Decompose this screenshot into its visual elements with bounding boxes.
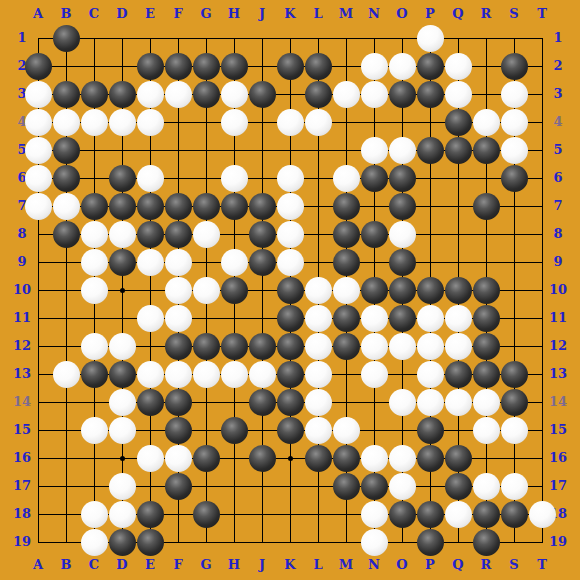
intersection-P15[interactable]	[416, 416, 444, 444]
intersection-J11[interactable]	[248, 304, 276, 332]
intersection-E7[interactable]	[136, 192, 164, 220]
intersection-L5[interactable]	[304, 136, 332, 164]
intersection-M7[interactable]	[332, 192, 360, 220]
intersection-K15[interactable]	[276, 416, 304, 444]
intersection-S2[interactable]	[500, 52, 528, 80]
intersection-A11[interactable]	[24, 304, 52, 332]
intersection-D16[interactable]	[108, 444, 136, 472]
intersection-O8[interactable]	[388, 220, 416, 248]
intersection-O13[interactable]	[388, 360, 416, 388]
intersection-P4[interactable]	[416, 108, 444, 136]
intersection-K12[interactable]	[276, 332, 304, 360]
intersection-L1[interactable]	[304, 24, 332, 52]
intersection-P7[interactable]	[416, 192, 444, 220]
intersection-K6[interactable]	[276, 164, 304, 192]
intersection-R16[interactable]	[472, 444, 500, 472]
intersection-F17[interactable]	[164, 472, 192, 500]
intersection-H9[interactable]	[220, 248, 248, 276]
intersection-O7[interactable]	[388, 192, 416, 220]
intersection-F9[interactable]	[164, 248, 192, 276]
intersection-L11[interactable]	[304, 304, 332, 332]
intersection-T2[interactable]	[528, 52, 556, 80]
intersection-C1[interactable]	[80, 24, 108, 52]
intersection-P6[interactable]	[416, 164, 444, 192]
intersection-H12[interactable]	[220, 332, 248, 360]
intersection-L4[interactable]	[304, 108, 332, 136]
intersection-K1[interactable]	[276, 24, 304, 52]
intersection-B19[interactable]	[52, 528, 80, 556]
intersection-O1[interactable]	[388, 24, 416, 52]
intersection-C19[interactable]	[80, 528, 108, 556]
intersection-F11[interactable]	[164, 304, 192, 332]
intersection-G5[interactable]	[192, 136, 220, 164]
intersection-P12[interactable]	[416, 332, 444, 360]
intersection-H11[interactable]	[220, 304, 248, 332]
intersection-B7[interactable]	[52, 192, 80, 220]
intersection-L2[interactable]	[304, 52, 332, 80]
intersection-M8[interactable]	[332, 220, 360, 248]
intersection-G11[interactable]	[192, 304, 220, 332]
intersection-H1[interactable]	[220, 24, 248, 52]
intersection-R11[interactable]	[472, 304, 500, 332]
intersection-E14[interactable]	[136, 388, 164, 416]
intersection-H19[interactable]	[220, 528, 248, 556]
intersection-G12[interactable]	[192, 332, 220, 360]
intersection-D1[interactable]	[108, 24, 136, 52]
intersection-J3[interactable]	[248, 80, 276, 108]
intersection-G1[interactable]	[192, 24, 220, 52]
intersection-S6[interactable]	[500, 164, 528, 192]
intersection-G16[interactable]	[192, 444, 220, 472]
intersection-T4[interactable]	[528, 108, 556, 136]
intersection-F4[interactable]	[164, 108, 192, 136]
intersection-A17[interactable]	[24, 472, 52, 500]
intersection-B16[interactable]	[52, 444, 80, 472]
intersection-B5[interactable]	[52, 136, 80, 164]
intersection-L13[interactable]	[304, 360, 332, 388]
intersection-S13[interactable]	[500, 360, 528, 388]
intersection-Q1[interactable]	[444, 24, 472, 52]
intersection-M4[interactable]	[332, 108, 360, 136]
intersection-R15[interactable]	[472, 416, 500, 444]
intersection-J4[interactable]	[248, 108, 276, 136]
intersection-R17[interactable]	[472, 472, 500, 500]
intersection-K14[interactable]	[276, 388, 304, 416]
intersection-M3[interactable]	[332, 80, 360, 108]
intersection-E3[interactable]	[136, 80, 164, 108]
intersection-A19[interactable]	[24, 528, 52, 556]
intersection-C11[interactable]	[80, 304, 108, 332]
intersection-G9[interactable]	[192, 248, 220, 276]
intersection-O15[interactable]	[388, 416, 416, 444]
intersection-F8[interactable]	[164, 220, 192, 248]
intersection-E6[interactable]	[136, 164, 164, 192]
intersection-H15[interactable]	[220, 416, 248, 444]
intersection-T13[interactable]	[528, 360, 556, 388]
intersection-O14[interactable]	[388, 388, 416, 416]
intersection-N3[interactable]	[360, 80, 388, 108]
intersection-H8[interactable]	[220, 220, 248, 248]
intersection-N13[interactable]	[360, 360, 388, 388]
intersection-L10[interactable]	[304, 276, 332, 304]
intersection-G3[interactable]	[192, 80, 220, 108]
intersection-Q12[interactable]	[444, 332, 472, 360]
intersection-S10[interactable]	[500, 276, 528, 304]
intersection-P14[interactable]	[416, 388, 444, 416]
intersection-S14[interactable]	[500, 388, 528, 416]
intersection-E15[interactable]	[136, 416, 164, 444]
intersection-L6[interactable]	[304, 164, 332, 192]
intersection-F19[interactable]	[164, 528, 192, 556]
go-board[interactable]: ABCDEFGHJKLMNOPQRST ABCDEFGHJKLMNOPQRST …	[0, 0, 580, 580]
intersection-L8[interactable]	[304, 220, 332, 248]
intersection-A7[interactable]	[24, 192, 52, 220]
intersection-G4[interactable]	[192, 108, 220, 136]
intersection-P8[interactable]	[416, 220, 444, 248]
intersection-R10[interactable]	[472, 276, 500, 304]
intersection-J5[interactable]	[248, 136, 276, 164]
intersection-D2[interactable]	[108, 52, 136, 80]
intersection-K17[interactable]	[276, 472, 304, 500]
intersection-F2[interactable]	[164, 52, 192, 80]
intersection-T18[interactable]	[528, 500, 556, 528]
intersection-T9[interactable]	[528, 248, 556, 276]
intersection-S8[interactable]	[500, 220, 528, 248]
intersection-M18[interactable]	[332, 500, 360, 528]
intersection-H3[interactable]	[220, 80, 248, 108]
intersection-P3[interactable]	[416, 80, 444, 108]
intersection-B1[interactable]	[52, 24, 80, 52]
intersection-P2[interactable]	[416, 52, 444, 80]
intersection-F16[interactable]	[164, 444, 192, 472]
intersection-E11[interactable]	[136, 304, 164, 332]
intersection-D9[interactable]	[108, 248, 136, 276]
intersection-R14[interactable]	[472, 388, 500, 416]
intersection-A9[interactable]	[24, 248, 52, 276]
intersection-N1[interactable]	[360, 24, 388, 52]
intersection-C5[interactable]	[80, 136, 108, 164]
intersection-Q17[interactable]	[444, 472, 472, 500]
intersection-N12[interactable]	[360, 332, 388, 360]
intersection-K2[interactable]	[276, 52, 304, 80]
intersection-G17[interactable]	[192, 472, 220, 500]
intersection-E17[interactable]	[136, 472, 164, 500]
intersection-B2[interactable]	[52, 52, 80, 80]
intersection-P16[interactable]	[416, 444, 444, 472]
intersection-Q7[interactable]	[444, 192, 472, 220]
intersection-M1[interactable]	[332, 24, 360, 52]
intersection-L7[interactable]	[304, 192, 332, 220]
intersection-T17[interactable]	[528, 472, 556, 500]
intersection-B3[interactable]	[52, 80, 80, 108]
intersection-L9[interactable]	[304, 248, 332, 276]
intersection-H10[interactable]	[220, 276, 248, 304]
intersection-C13[interactable]	[80, 360, 108, 388]
intersection-T7[interactable]	[528, 192, 556, 220]
intersection-D14[interactable]	[108, 388, 136, 416]
intersection-L3[interactable]	[304, 80, 332, 108]
intersection-D18[interactable]	[108, 500, 136, 528]
intersection-Q16[interactable]	[444, 444, 472, 472]
intersection-Q5[interactable]	[444, 136, 472, 164]
intersection-C16[interactable]	[80, 444, 108, 472]
intersection-C8[interactable]	[80, 220, 108, 248]
intersection-K3[interactable]	[276, 80, 304, 108]
intersection-T5[interactable]	[528, 136, 556, 164]
intersection-C4[interactable]	[80, 108, 108, 136]
intersection-Q19[interactable]	[444, 528, 472, 556]
intersection-A18[interactable]	[24, 500, 52, 528]
intersection-E10[interactable]	[136, 276, 164, 304]
intersection-S12[interactable]	[500, 332, 528, 360]
intersection-G18[interactable]	[192, 500, 220, 528]
intersection-Q8[interactable]	[444, 220, 472, 248]
intersection-T11[interactable]	[528, 304, 556, 332]
intersection-C2[interactable]	[80, 52, 108, 80]
intersection-G7[interactable]	[192, 192, 220, 220]
intersection-B18[interactable]	[52, 500, 80, 528]
intersection-J15[interactable]	[248, 416, 276, 444]
intersection-R18[interactable]	[472, 500, 500, 528]
intersection-O18[interactable]	[388, 500, 416, 528]
intersection-E19[interactable]	[136, 528, 164, 556]
intersection-C9[interactable]	[80, 248, 108, 276]
intersection-B15[interactable]	[52, 416, 80, 444]
intersection-J19[interactable]	[248, 528, 276, 556]
intersection-O16[interactable]	[388, 444, 416, 472]
intersection-R3[interactable]	[472, 80, 500, 108]
intersection-M14[interactable]	[332, 388, 360, 416]
intersection-T8[interactable]	[528, 220, 556, 248]
intersection-M13[interactable]	[332, 360, 360, 388]
intersection-G6[interactable]	[192, 164, 220, 192]
intersection-F7[interactable]	[164, 192, 192, 220]
intersection-O10[interactable]	[388, 276, 416, 304]
intersection-C3[interactable]	[80, 80, 108, 108]
intersection-J1[interactable]	[248, 24, 276, 52]
intersection-J14[interactable]	[248, 388, 276, 416]
intersection-C6[interactable]	[80, 164, 108, 192]
intersection-J18[interactable]	[248, 500, 276, 528]
intersection-J2[interactable]	[248, 52, 276, 80]
intersection-A3[interactable]	[24, 80, 52, 108]
intersection-E18[interactable]	[136, 500, 164, 528]
intersection-A15[interactable]	[24, 416, 52, 444]
intersection-E9[interactable]	[136, 248, 164, 276]
intersection-J10[interactable]	[248, 276, 276, 304]
intersection-Q14[interactable]	[444, 388, 472, 416]
intersection-F15[interactable]	[164, 416, 192, 444]
intersection-T14[interactable]	[528, 388, 556, 416]
intersection-R1[interactable]	[472, 24, 500, 52]
intersection-P10[interactable]	[416, 276, 444, 304]
intersection-K4[interactable]	[276, 108, 304, 136]
intersection-H14[interactable]	[220, 388, 248, 416]
intersection-Q10[interactable]	[444, 276, 472, 304]
intersection-F13[interactable]	[164, 360, 192, 388]
intersection-C12[interactable]	[80, 332, 108, 360]
intersection-P5[interactable]	[416, 136, 444, 164]
intersection-S1[interactable]	[500, 24, 528, 52]
intersection-H7[interactable]	[220, 192, 248, 220]
intersection-A2[interactable]	[24, 52, 52, 80]
intersection-C7[interactable]	[80, 192, 108, 220]
intersection-D15[interactable]	[108, 416, 136, 444]
intersection-S4[interactable]	[500, 108, 528, 136]
intersection-H13[interactable]	[220, 360, 248, 388]
intersection-D19[interactable]	[108, 528, 136, 556]
intersection-M6[interactable]	[332, 164, 360, 192]
intersection-P18[interactable]	[416, 500, 444, 528]
intersection-L12[interactable]	[304, 332, 332, 360]
intersection-R19[interactable]	[472, 528, 500, 556]
intersection-Q2[interactable]	[444, 52, 472, 80]
intersection-N10[interactable]	[360, 276, 388, 304]
intersection-A6[interactable]	[24, 164, 52, 192]
intersection-C10[interactable]	[80, 276, 108, 304]
intersection-O19[interactable]	[388, 528, 416, 556]
intersection-T12[interactable]	[528, 332, 556, 360]
intersection-M5[interactable]	[332, 136, 360, 164]
intersection-L17[interactable]	[304, 472, 332, 500]
intersection-Q3[interactable]	[444, 80, 472, 108]
intersection-O3[interactable]	[388, 80, 416, 108]
intersection-N8[interactable]	[360, 220, 388, 248]
intersection-B13[interactable]	[52, 360, 80, 388]
intersection-C17[interactable]	[80, 472, 108, 500]
intersection-D17[interactable]	[108, 472, 136, 500]
intersection-G19[interactable]	[192, 528, 220, 556]
intersection-O4[interactable]	[388, 108, 416, 136]
intersection-N4[interactable]	[360, 108, 388, 136]
intersection-R12[interactable]	[472, 332, 500, 360]
intersection-S5[interactable]	[500, 136, 528, 164]
intersection-N15[interactable]	[360, 416, 388, 444]
intersection-R13[interactable]	[472, 360, 500, 388]
intersection-S15[interactable]	[500, 416, 528, 444]
intersection-N18[interactable]	[360, 500, 388, 528]
intersection-L18[interactable]	[304, 500, 332, 528]
intersection-H4[interactable]	[220, 108, 248, 136]
intersection-O11[interactable]	[388, 304, 416, 332]
intersection-M16[interactable]	[332, 444, 360, 472]
intersection-N7[interactable]	[360, 192, 388, 220]
intersection-A13[interactable]	[24, 360, 52, 388]
intersection-J9[interactable]	[248, 248, 276, 276]
intersection-T6[interactable]	[528, 164, 556, 192]
intersection-B9[interactable]	[52, 248, 80, 276]
intersection-S3[interactable]	[500, 80, 528, 108]
intersection-D6[interactable]	[108, 164, 136, 192]
intersection-D11[interactable]	[108, 304, 136, 332]
intersection-E4[interactable]	[136, 108, 164, 136]
intersection-R2[interactable]	[472, 52, 500, 80]
intersection-G10[interactable]	[192, 276, 220, 304]
intersection-C14[interactable]	[80, 388, 108, 416]
intersection-H18[interactable]	[220, 500, 248, 528]
intersection-O6[interactable]	[388, 164, 416, 192]
intersection-A16[interactable]	[24, 444, 52, 472]
intersection-H17[interactable]	[220, 472, 248, 500]
intersection-J12[interactable]	[248, 332, 276, 360]
intersection-E13[interactable]	[136, 360, 164, 388]
intersection-O17[interactable]	[388, 472, 416, 500]
intersection-O9[interactable]	[388, 248, 416, 276]
intersection-K11[interactable]	[276, 304, 304, 332]
intersection-B4[interactable]	[52, 108, 80, 136]
intersection-P9[interactable]	[416, 248, 444, 276]
intersection-Q15[interactable]	[444, 416, 472, 444]
intersection-A8[interactable]	[24, 220, 52, 248]
intersection-G14[interactable]	[192, 388, 220, 416]
intersection-A10[interactable]	[24, 276, 52, 304]
intersection-K19[interactable]	[276, 528, 304, 556]
intersection-S11[interactable]	[500, 304, 528, 332]
intersection-S17[interactable]	[500, 472, 528, 500]
intersection-E8[interactable]	[136, 220, 164, 248]
intersection-B8[interactable]	[52, 220, 80, 248]
intersection-N9[interactable]	[360, 248, 388, 276]
intersection-P19[interactable]	[416, 528, 444, 556]
intersection-Q11[interactable]	[444, 304, 472, 332]
intersection-D10[interactable]	[108, 276, 136, 304]
intersection-O5[interactable]	[388, 136, 416, 164]
intersection-B17[interactable]	[52, 472, 80, 500]
intersection-T15[interactable]	[528, 416, 556, 444]
intersection-O12[interactable]	[388, 332, 416, 360]
intersection-F1[interactable]	[164, 24, 192, 52]
intersection-G13[interactable]	[192, 360, 220, 388]
intersection-Q9[interactable]	[444, 248, 472, 276]
intersection-C15[interactable]	[80, 416, 108, 444]
intersection-M2[interactable]	[332, 52, 360, 80]
intersection-D4[interactable]	[108, 108, 136, 136]
intersection-C18[interactable]	[80, 500, 108, 528]
intersection-A1[interactable]	[24, 24, 52, 52]
intersection-K7[interactable]	[276, 192, 304, 220]
intersection-Q6[interactable]	[444, 164, 472, 192]
intersection-Q13[interactable]	[444, 360, 472, 388]
intersection-J7[interactable]	[248, 192, 276, 220]
intersection-G15[interactable]	[192, 416, 220, 444]
intersection-K5[interactable]	[276, 136, 304, 164]
intersection-M19[interactable]	[332, 528, 360, 556]
intersection-A5[interactable]	[24, 136, 52, 164]
intersection-H5[interactable]	[220, 136, 248, 164]
intersection-P1[interactable]	[416, 24, 444, 52]
intersection-S19[interactable]	[500, 528, 528, 556]
intersection-K10[interactable]	[276, 276, 304, 304]
intersection-S7[interactable]	[500, 192, 528, 220]
intersection-F18[interactable]	[164, 500, 192, 528]
intersection-K13[interactable]	[276, 360, 304, 388]
intersection-T19[interactable]	[528, 528, 556, 556]
intersection-S18[interactable]	[500, 500, 528, 528]
intersection-S16[interactable]	[500, 444, 528, 472]
intersection-M11[interactable]	[332, 304, 360, 332]
intersection-L15[interactable]	[304, 416, 332, 444]
intersection-D13[interactable]	[108, 360, 136, 388]
intersection-R9[interactable]	[472, 248, 500, 276]
intersection-T1[interactable]	[528, 24, 556, 52]
intersection-F14[interactable]	[164, 388, 192, 416]
intersection-P17[interactable]	[416, 472, 444, 500]
intersection-A4[interactable]	[24, 108, 52, 136]
intersection-T3[interactable]	[528, 80, 556, 108]
intersection-M9[interactable]	[332, 248, 360, 276]
intersection-N5[interactable]	[360, 136, 388, 164]
intersection-F5[interactable]	[164, 136, 192, 164]
